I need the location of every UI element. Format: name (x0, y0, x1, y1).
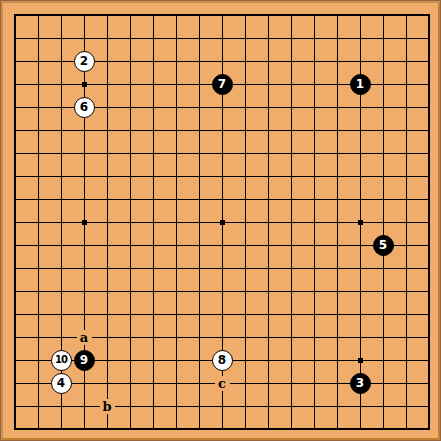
board-grid: 12345678910abc (4, 4, 441, 441)
point-label-c: c (215, 376, 230, 391)
point-label-a: a (77, 330, 92, 345)
stone-black-9: 9 (74, 350, 95, 371)
stone-black-3: 3 (350, 373, 371, 394)
stone-white-2: 2 (74, 51, 95, 72)
stone-black-7: 7 (212, 74, 233, 95)
point-label-b: b (100, 399, 115, 414)
stone-black-5: 5 (373, 235, 394, 256)
stone-white-4: 4 (51, 373, 72, 394)
stone-white-8: 8 (212, 350, 233, 371)
stone-white-10: 10 (51, 350, 72, 371)
stone-black-1: 1 (350, 74, 371, 95)
go-board-diagram: 12345678910abc (0, 0, 441, 441)
stone-white-6: 6 (74, 97, 95, 118)
